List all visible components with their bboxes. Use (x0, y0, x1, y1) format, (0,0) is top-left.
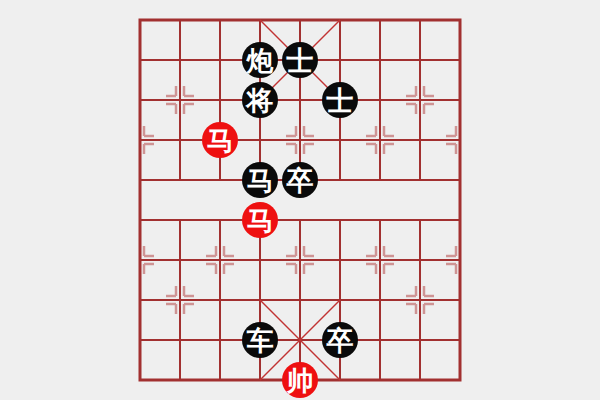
piece-black-horse[interactable]: 马 (242, 162, 278, 198)
piece-red-horse[interactable]: 马 (242, 202, 278, 238)
piece-black-cannon[interactable]: 炮 (242, 42, 278, 78)
piece-black-pawn[interactable]: 卒 (282, 162, 318, 198)
xiangqi-diagram: 炮士将士马马卒马车卒帅 (0, 0, 600, 400)
piece-black-pawn[interactable]: 卒 (322, 322, 358, 358)
piece-black-general[interactable]: 将 (242, 82, 278, 118)
piece-red-horse[interactable]: 马 (202, 122, 238, 158)
piece-black-advisor[interactable]: 士 (322, 82, 358, 118)
piece-red-general[interactable]: 帅 (282, 362, 318, 398)
piece-black-chariot[interactable]: 车 (242, 322, 278, 358)
piece-black-advisor[interactable]: 士 (282, 42, 318, 78)
